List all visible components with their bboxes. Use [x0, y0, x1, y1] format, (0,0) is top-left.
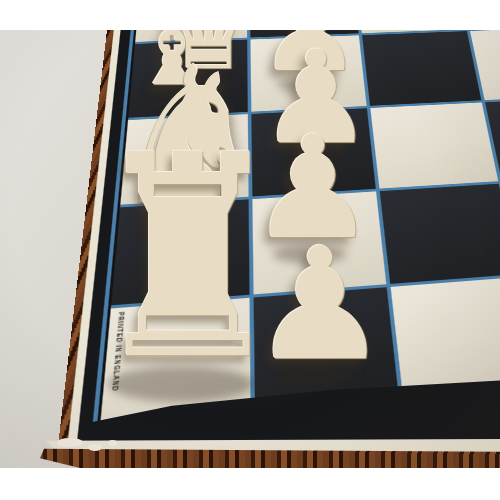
- white-rook-a1: ♜: [90, 118, 286, 398]
- letterbox-bottom: [0, 468, 500, 500]
- worn-corner-chip: [88, 444, 102, 451]
- letterbox-top: [0, 0, 500, 30]
- worn-corner-chip: [108, 440, 117, 446]
- square-c4: [362, 31, 481, 106]
- worn-corner-chip: [57, 438, 83, 447]
- chessboard-photo: PRINTED IN ENGLAND ♜♞♟♟♟♟♛♝: [0, 30, 500, 468]
- photo-stage: PRINTED IN ENGLAND ♜♞♟♟♟♟♛♝: [0, 0, 500, 500]
- square-c1: [391, 277, 500, 395]
- square-c2: [380, 184, 500, 284]
- square-c3: [370, 102, 498, 188]
